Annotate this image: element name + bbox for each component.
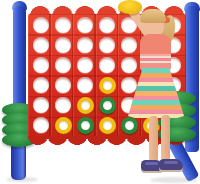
- empty-hole: [33, 117, 49, 133]
- child-striped-skirt: [128, 68, 184, 118]
- empty-hole: [33, 77, 49, 93]
- board-cell-r2c1: [30, 35, 52, 55]
- board-cell-r4c1: [30, 75, 52, 95]
- child-top: [140, 34, 171, 70]
- board-cell-r3c1: [30, 55, 52, 75]
- board-cell-r6c2: [52, 115, 74, 135]
- board-cell-r6c3: [74, 115, 96, 135]
- child-leg: [149, 116, 158, 162]
- board-cell-r3c2: [52, 55, 74, 75]
- empty-hole: [99, 57, 115, 73]
- empty-hole: [33, 37, 49, 53]
- board-cell-r3c4: [96, 55, 118, 75]
- board-cell-r2c3: [74, 35, 96, 55]
- green-ring-piece: [99, 97, 116, 114]
- empty-hole: [77, 77, 93, 93]
- board-cell-r6c1: [30, 115, 52, 135]
- board-cell-r3c3: [74, 55, 96, 75]
- empty-hole: [77, 37, 93, 53]
- yellow-ring-piece: [99, 117, 116, 134]
- board-cell-r1c2: [52, 15, 74, 35]
- board-cell-r4c4: [96, 75, 118, 95]
- board-cell-r1c1: [30, 15, 52, 35]
- empty-hole: [33, 57, 49, 73]
- empty-hole: [77, 17, 93, 33]
- board-cell-r4c3: [74, 75, 96, 95]
- board-cell-r5c1: [30, 95, 52, 115]
- product-photo-scene: [0, 0, 200, 184]
- board-cell-r6c4: [96, 115, 118, 135]
- empty-hole: [99, 17, 115, 33]
- child-leg: [161, 115, 170, 161]
- board-cell-r5c3: [74, 95, 96, 115]
- held-yellow-ring-piece: [118, 0, 142, 14]
- child-hair: [140, 9, 166, 23]
- board-cell-r1c4: [96, 15, 118, 35]
- empty-hole: [33, 17, 49, 33]
- empty-hole: [55, 57, 71, 73]
- yellow-ring-piece: [99, 77, 116, 94]
- board-cell-r2c4: [96, 35, 118, 55]
- sandal-strap: [145, 162, 158, 165]
- empty-hole: [55, 17, 71, 33]
- yellow-ring-piece: [55, 117, 72, 134]
- empty-hole: [55, 77, 71, 93]
- left-leg-shadow: [6, 177, 38, 182]
- empty-hole: [33, 97, 49, 113]
- board-cell-r4c2: [52, 75, 74, 95]
- sandal-strap: [164, 161, 178, 164]
- child-figure: [116, 0, 200, 184]
- yellow-ring-piece: [77, 97, 94, 114]
- green-ring-piece: [77, 117, 94, 134]
- empty-hole: [55, 97, 71, 113]
- board-cell-r2c2: [52, 35, 74, 55]
- empty-hole: [55, 37, 71, 53]
- empty-hole: [99, 37, 115, 53]
- board-cell-r5c2: [52, 95, 74, 115]
- board-cell-r1c3: [74, 15, 96, 35]
- empty-hole: [77, 57, 93, 73]
- board-cell-r5c4: [96, 95, 118, 115]
